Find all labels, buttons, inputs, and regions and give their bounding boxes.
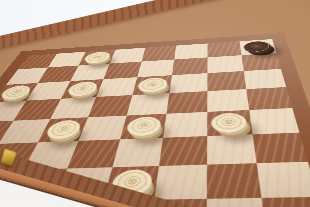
square-f3[interactable]: [159, 136, 207, 166]
square-e5[interactable]: [127, 93, 170, 115]
square-d6[interactable]: [96, 77, 137, 97]
checker-light-e6[interactable]: [136, 77, 168, 93]
square-e4[interactable]: [120, 114, 166, 140]
square-f4[interactable]: [163, 112, 207, 138]
square-e6[interactable]: [132, 75, 172, 95]
checker-light-c6[interactable]: [65, 81, 100, 97]
checker-dark-h8[interactable]: [243, 40, 273, 53]
square-h4[interactable]: [249, 108, 299, 134]
checker-light-e4[interactable]: [125, 116, 163, 137]
checkers-photo-scene: [0, 0, 310, 207]
square-g5[interactable]: [207, 89, 249, 112]
square-g1[interactable]: [207, 198, 268, 207]
square-g2[interactable]: [207, 163, 262, 199]
checker-light-c4[interactable]: [43, 119, 84, 140]
square-d5[interactable]: [88, 95, 132, 117]
square-g6[interactable]: [207, 71, 246, 91]
square-e3[interactable]: [112, 138, 163, 168]
square-g3[interactable]: [207, 134, 257, 164]
checker-light-c8[interactable]: [82, 51, 112, 64]
square-h5[interactable]: [246, 87, 292, 110]
square-f5[interactable]: [166, 91, 207, 114]
square-f6[interactable]: [169, 73, 207, 93]
square-h3[interactable]: [253, 133, 308, 164]
square-f2[interactable]: [154, 165, 207, 200]
square-h1[interactable]: [261, 197, 310, 207]
checker-light-g4[interactable]: [211, 112, 248, 133]
square-g4[interactable]: [207, 110, 252, 136]
square-h6[interactable]: [244, 69, 286, 89]
square-h2[interactable]: [257, 162, 310, 198]
